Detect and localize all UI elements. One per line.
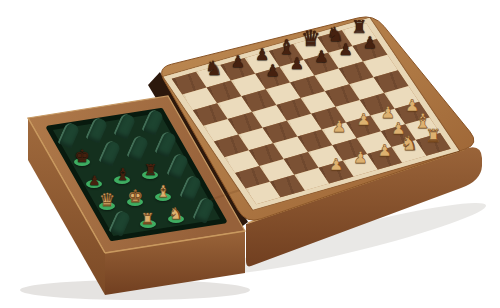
- piece-light-knight-g1[interactable]: ♞: [400, 133, 418, 153]
- piece-light-rook-h1[interactable]: ♜: [425, 128, 441, 146]
- tray-piece-light-knight[interactable]: ♞: [168, 206, 182, 222]
- piece-dark-pawn-g7[interactable]: ♟: [338, 42, 352, 58]
- tray-piece-light-rook[interactable]: ♜: [141, 212, 154, 227]
- tray-piece-dark-rook[interactable]: ♜: [144, 163, 157, 178]
- piece-light-pawn-d1[interactable]: ♟: [329, 157, 343, 173]
- tray-piece-dark-king[interactable]: ♚: [74, 148, 89, 165]
- tray-piece-light-bishop[interactable]: ♝: [156, 184, 170, 200]
- piece-dark-pawn-d7[interactable]: ♟: [266, 63, 280, 79]
- tray-piece-light-queen[interactable]: ♛: [99, 191, 115, 209]
- tray-piece-dark-pawn[interactable]: ♟: [89, 174, 101, 187]
- piece-light-pawn-f3[interactable]: ♟: [356, 112, 370, 128]
- piece-dark-knight-b8[interactable]: ♞: [205, 58, 223, 78]
- piece-dark-pawn-f7[interactable]: ♟: [314, 49, 328, 65]
- piece-dark-pawn-e7[interactable]: ♟: [290, 56, 304, 72]
- piece-dark-pawn-h7[interactable]: ♟: [363, 36, 377, 52]
- tray-piece-dark-bishop[interactable]: ♝: [115, 167, 129, 183]
- piece-light-pawn-e3[interactable]: ♟: [332, 119, 346, 135]
- piece-dark-pawn-c8[interactable]: ♟: [231, 55, 245, 71]
- piece-light-pawn-f1[interactable]: ♟: [378, 144, 392, 160]
- tray-piece-light-king[interactable]: ♚: [127, 188, 142, 205]
- product-photo-chess-set: ♞♟♟♝♛♞♜♟♟♟♟♟♟♟♟♟♟♝♟♟♟♞♜♚♟♝♜♛♚♝♜♞: [0, 0, 500, 308]
- piece-light-pawn-e1[interactable]: ♟: [353, 150, 367, 166]
